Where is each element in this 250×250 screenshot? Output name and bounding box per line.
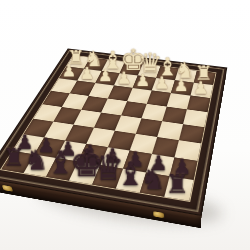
square-a3[interactable] (187, 96, 210, 113)
brass-clasp-left (2, 185, 13, 192)
black-pawn-b7: ♟ (146, 153, 170, 174)
white-king-e1: ♚ (120, 45, 139, 74)
square-d6[interactable] (108, 131, 136, 151)
square-c3[interactable] (147, 90, 171, 106)
product-photo: ♜♞♝♚♛♝♞♜♟♟♟♟♟♟♟♟♟♟♟♟♟♟♟♟♜♞♝♚♛♝♞♜ (0, 0, 250, 250)
chess-board: ♜♞♝♚♛♝♞♜♟♟♟♟♟♟♟♟♟♟♟♟♟♟♟♟♜♞♝♚♛♝♞♜ (0, 48, 227, 216)
black-pawn-c7: ♟ (123, 150, 147, 170)
square-e3[interactable] (108, 85, 133, 101)
square-c8[interactable]: ♝ (116, 169, 146, 193)
white-bishop-c1: ♝ (157, 55, 176, 79)
white-rook-h1: ♜ (67, 48, 85, 67)
black-pawn-h7: ♟ (13, 133, 36, 153)
white-knight-b1: ♞ (175, 59, 194, 81)
square-b8[interactable]: ♞ (140, 172, 170, 196)
square-c7[interactable]: ♟ (123, 151, 152, 173)
photo-stage: ♜♞♝♚♛♝♞♜♟♟♟♟♟♟♟♟♟♟♟♟♟♟♟♟♜♞♝♚♛♝♞♜ (0, 0, 250, 250)
black-pawn-e7: ♟ (78, 143, 101, 163)
brass-clasp-right (153, 211, 164, 218)
square-a8[interactable]: ♜ (164, 176, 193, 201)
square-f3[interactable] (89, 83, 114, 98)
black-pawn-g7: ♟ (35, 136, 58, 156)
white-rook-a1: ♜ (194, 64, 213, 84)
square-b3[interactable] (167, 93, 191, 109)
white-bishop-f1: ♝ (102, 48, 121, 72)
black-pawn-a7: ♟ (170, 157, 194, 178)
black-rook-h8: ♜ (2, 146, 26, 171)
chess-board-grid: ♜♞♝♚♛♝♞♜♟♟♟♟♟♟♟♟♟♟♟♟♟♟♟♟♜♞♝♚♛♝♞♜ (0, 55, 216, 202)
